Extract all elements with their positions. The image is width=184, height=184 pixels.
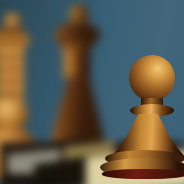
king-neck [64, 50, 90, 78]
chess-photo [0, 0, 184, 184]
pawn-felt [102, 169, 184, 179]
queen-stem [0, 48, 24, 100]
board-edge-shadow [0, 174, 72, 184]
pawn-head [129, 55, 175, 101]
screenshot [0, 0, 184, 184]
focus-pawn-piece [98, 50, 184, 184]
